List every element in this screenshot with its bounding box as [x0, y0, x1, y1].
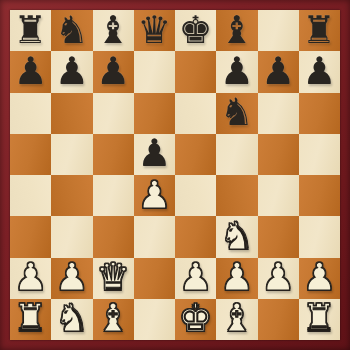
white-queen-piece: ♛: [96, 258, 130, 296]
square-a2[interactable]: ♟: [10, 258, 51, 299]
square-e3[interactable]: [175, 216, 216, 257]
square-f5[interactable]: [216, 134, 257, 175]
white-pawn-piece: ♟: [220, 258, 254, 296]
square-g5[interactable]: [258, 134, 299, 175]
square-h3[interactable]: [299, 216, 340, 257]
white-pawn-piece: ♟: [179, 258, 213, 296]
square-d2[interactable]: [134, 258, 175, 299]
square-e8[interactable]: ♚: [175, 10, 216, 51]
square-f1[interactable]: ♝: [216, 299, 257, 340]
black-king-piece: ♚: [179, 11, 213, 49]
black-rook-piece: ♜: [14, 11, 48, 49]
square-g6[interactable]: [258, 93, 299, 134]
square-b5[interactable]: [51, 134, 92, 175]
square-a8[interactable]: ♜: [10, 10, 51, 51]
black-rook-piece: ♜: [302, 11, 336, 49]
square-b8[interactable]: ♞: [51, 10, 92, 51]
square-b3[interactable]: [51, 216, 92, 257]
square-g7[interactable]: ♟: [258, 51, 299, 92]
black-knight-piece: ♞: [55, 11, 89, 49]
square-g1[interactable]: [258, 299, 299, 340]
black-pawn-piece: ♟: [220, 52, 254, 90]
square-c4[interactable]: [93, 175, 134, 216]
black-pawn-piece: ♟: [14, 52, 48, 90]
square-c1[interactable]: ♝: [93, 299, 134, 340]
white-rook-piece: ♜: [14, 299, 48, 337]
square-g8[interactable]: [258, 10, 299, 51]
square-e6[interactable]: [175, 93, 216, 134]
square-c3[interactable]: [93, 216, 134, 257]
black-pawn-piece: ♟: [261, 52, 295, 90]
square-g2[interactable]: ♟: [258, 258, 299, 299]
square-f3[interactable]: ♞: [216, 216, 257, 257]
square-e2[interactable]: ♟: [175, 258, 216, 299]
square-b4[interactable]: [51, 175, 92, 216]
white-knight-piece: ♞: [55, 299, 89, 337]
square-f4[interactable]: [216, 175, 257, 216]
square-h5[interactable]: [299, 134, 340, 175]
square-d3[interactable]: [134, 216, 175, 257]
square-d6[interactable]: [134, 93, 175, 134]
square-b1[interactable]: ♞: [51, 299, 92, 340]
white-bishop-piece: ♝: [220, 299, 254, 337]
square-d1[interactable]: [134, 299, 175, 340]
square-g4[interactable]: [258, 175, 299, 216]
square-c2[interactable]: ♛: [93, 258, 134, 299]
square-a7[interactable]: ♟: [10, 51, 51, 92]
black-queen-piece: ♛: [137, 11, 171, 49]
square-h6[interactable]: [299, 93, 340, 134]
square-h7[interactable]: ♟: [299, 51, 340, 92]
square-a4[interactable]: [10, 175, 51, 216]
square-e4[interactable]: [175, 175, 216, 216]
square-f6[interactable]: ♞: [216, 93, 257, 134]
black-bishop-piece: ♝: [96, 11, 130, 49]
square-b7[interactable]: ♟: [51, 51, 92, 92]
square-c6[interactable]: [93, 93, 134, 134]
square-f7[interactable]: ♟: [216, 51, 257, 92]
square-a6[interactable]: [10, 93, 51, 134]
square-a5[interactable]: [10, 134, 51, 175]
board-frame: ♜♞♝♛♚♝♜♟♟♟♟♟♟♞♟♟♞♟♟♛♟♟♟♟♜♞♝♚♝♜: [0, 0, 350, 350]
white-rook-piece: ♜: [302, 299, 336, 337]
square-e7[interactable]: [175, 51, 216, 92]
black-pawn-piece: ♟: [55, 52, 89, 90]
square-g3[interactable]: [258, 216, 299, 257]
white-knight-piece: ♞: [220, 217, 254, 255]
black-knight-piece: ♞: [220, 93, 254, 131]
white-bishop-piece: ♝: [96, 299, 130, 337]
square-d4[interactable]: ♟: [134, 175, 175, 216]
white-pawn-piece: ♟: [55, 258, 89, 296]
square-h8[interactable]: ♜: [299, 10, 340, 51]
square-f8[interactable]: ♝: [216, 10, 257, 51]
square-a1[interactable]: ♜: [10, 299, 51, 340]
chess-board: ♜♞♝♛♚♝♜♟♟♟♟♟♟♞♟♟♞♟♟♛♟♟♟♟♜♞♝♚♝♜: [10, 10, 340, 340]
square-d8[interactable]: ♛: [134, 10, 175, 51]
square-h2[interactable]: ♟: [299, 258, 340, 299]
black-pawn-piece: ♟: [302, 52, 336, 90]
square-h4[interactable]: [299, 175, 340, 216]
white-pawn-piece: ♟: [261, 258, 295, 296]
black-pawn-piece: ♟: [96, 52, 130, 90]
square-d7[interactable]: [134, 51, 175, 92]
square-c8[interactable]: ♝: [93, 10, 134, 51]
square-c7[interactable]: ♟: [93, 51, 134, 92]
square-b2[interactable]: ♟: [51, 258, 92, 299]
white-pawn-piece: ♟: [137, 176, 171, 214]
white-king-piece: ♚: [179, 299, 213, 337]
black-pawn-piece: ♟: [137, 134, 171, 172]
square-e1[interactable]: ♚: [175, 299, 216, 340]
square-a3[interactable]: [10, 216, 51, 257]
square-b6[interactable]: [51, 93, 92, 134]
square-h1[interactable]: ♜: [299, 299, 340, 340]
square-e5[interactable]: [175, 134, 216, 175]
white-pawn-piece: ♟: [14, 258, 48, 296]
square-c5[interactable]: [93, 134, 134, 175]
white-pawn-piece: ♟: [302, 258, 336, 296]
square-f2[interactable]: ♟: [216, 258, 257, 299]
black-bishop-piece: ♝: [220, 11, 254, 49]
square-d5[interactable]: ♟: [134, 134, 175, 175]
